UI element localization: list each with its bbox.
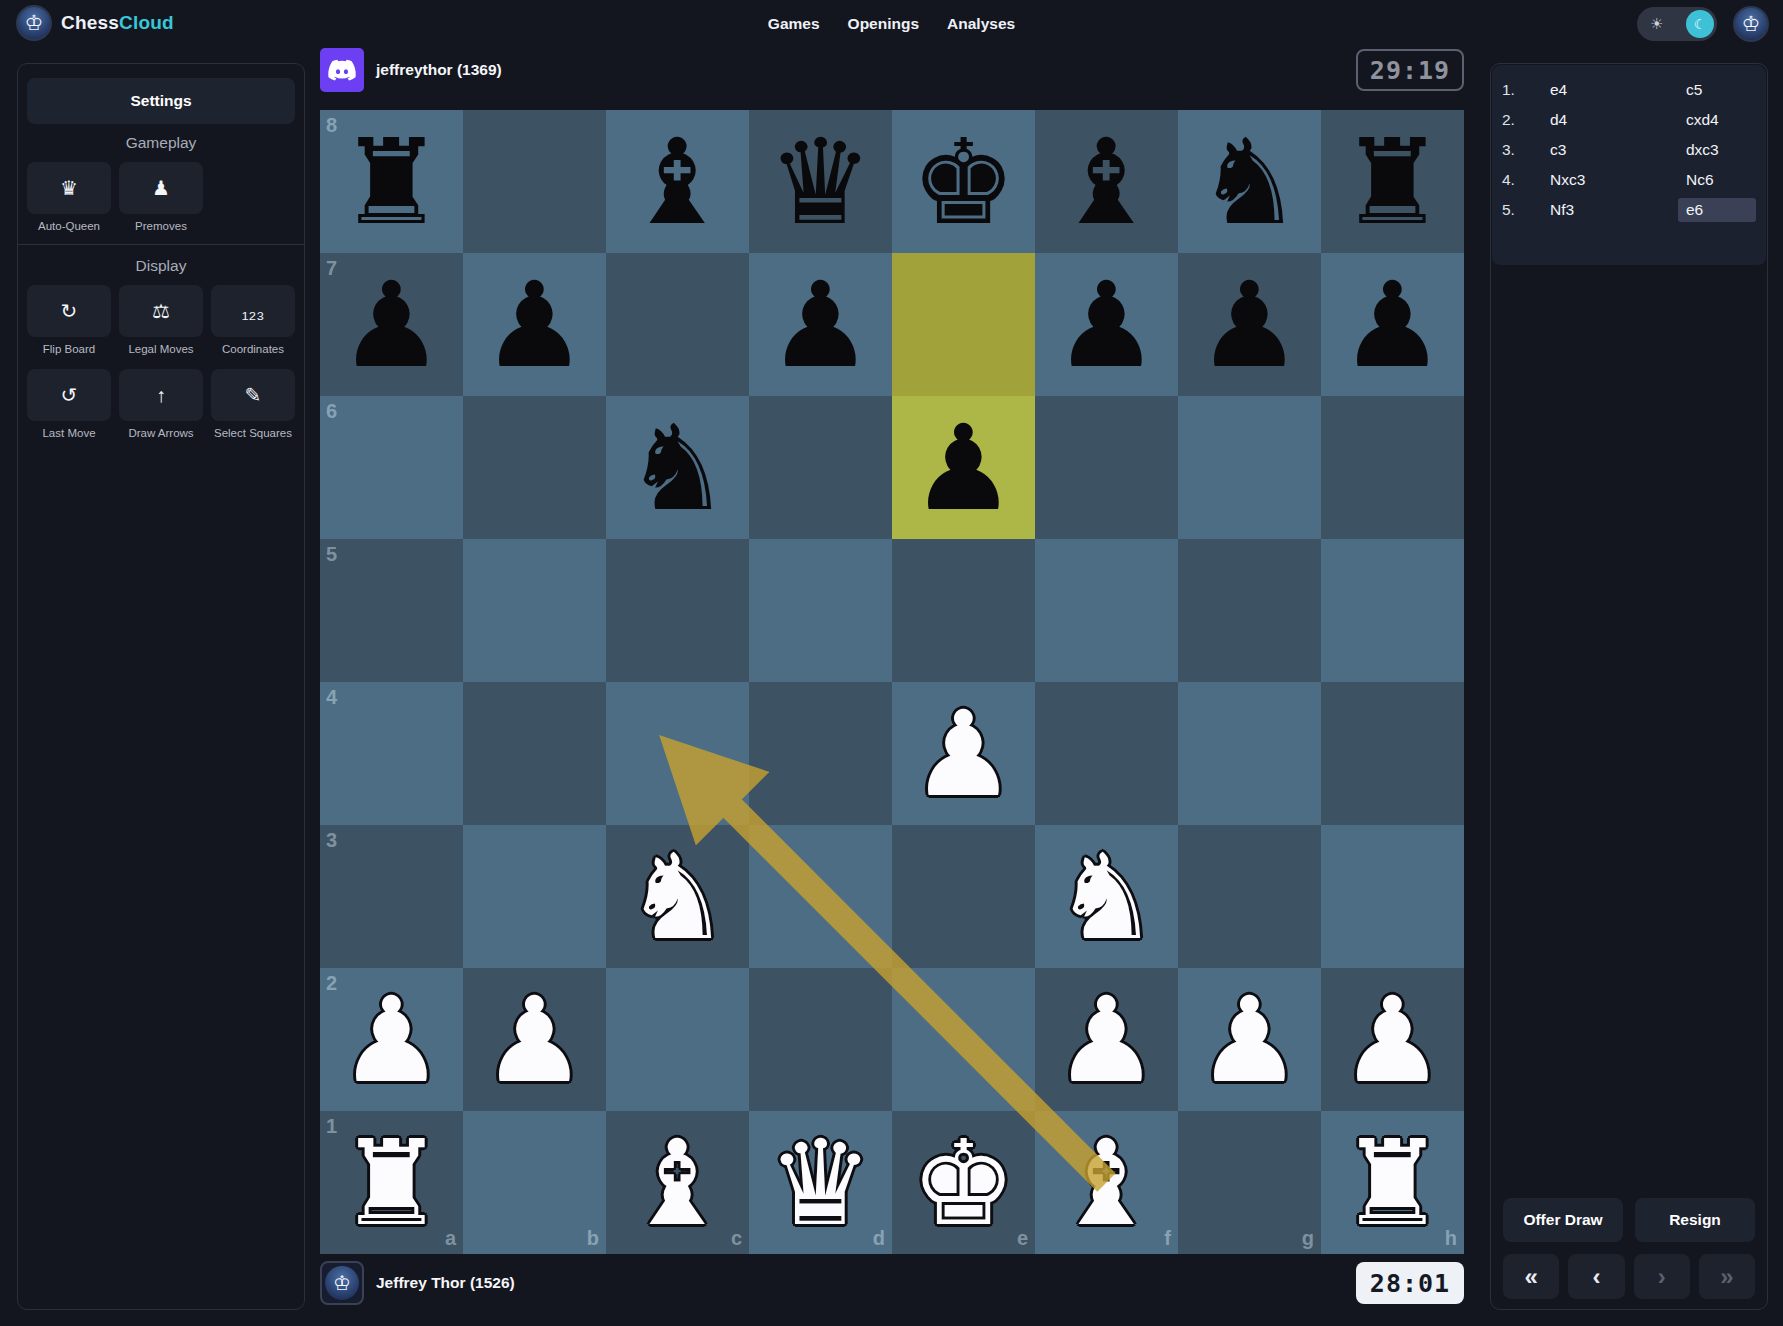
white-bishop-c1[interactable]: ♝ (606, 1111, 749, 1254)
black-rook-h8[interactable]: ♜ (1321, 110, 1464, 253)
square-g2[interactable]: ♟ (1178, 968, 1321, 1111)
square-d2[interactable] (749, 968, 892, 1111)
move-black-2[interactable]: cxd4 (1678, 108, 1756, 132)
chess-board[interactable]: 8♜♝♛♚♝♞♜7♟♟♟♟♟♟6♞♟54♟3♞♞2♟♟♟♟♟1a♜bc♝d♛e♚… (320, 110, 1464, 1254)
rank-label-4: 4 (326, 686, 337, 709)
premoves-button[interactable]: ♟Premoves (119, 162, 203, 232)
square-h6[interactable] (1321, 396, 1464, 539)
move-list: 1.e4c52.d4cxd43.c3dxc34.Nxc3Nc65.Nf3e6 (1492, 65, 1766, 265)
black-pawn-e6[interactable]: ♟ (892, 396, 1035, 539)
main-nav: GamesOpeningsAnalyses (768, 0, 1015, 47)
square-a4[interactable]: 4 (320, 682, 463, 825)
black-rook-a8[interactable]: ♜ (320, 110, 463, 253)
draw-arrows-label: Draw Arrows (119, 427, 203, 439)
square-f1[interactable]: f♝ (1035, 1111, 1178, 1254)
move-white-5[interactable]: Nf3 (1542, 198, 1678, 222)
section-display: Display↻Flip Board⚖Legal Moves₁₂₃Coordin… (18, 244, 304, 439)
legal-moves-button[interactable]: ⚖Legal Moves (119, 285, 203, 355)
square-b1[interactable]: b (463, 1111, 606, 1254)
move-row-1: 1.e4c5 (1502, 75, 1756, 105)
white-pawn-e4[interactable]: ♟ (892, 682, 1035, 825)
file-label-b: b (587, 1227, 599, 1250)
square-c7[interactable] (606, 253, 749, 396)
black-pawn-h7[interactable]: ♟ (1321, 253, 1464, 396)
square-g7[interactable]: ♟ (1178, 253, 1321, 396)
square-f2[interactable]: ♟ (1035, 968, 1178, 1111)
square-h8[interactable]: ♜ (1321, 110, 1464, 253)
square-f5[interactable] (1035, 539, 1178, 682)
game-panel: 1.e4c52.d4cxd43.c3dxc34.Nxc3Nc65.Nf3e6 O… (1490, 63, 1768, 1310)
flip-board-label: Flip Board (27, 343, 111, 355)
square-b7[interactable]: ♟ (463, 253, 606, 396)
theme-toggle[interactable]: ☀ ☾ (1637, 7, 1717, 41)
black-king-e8[interactable]: ♚ (892, 110, 1035, 253)
move-white-1[interactable]: e4 (1542, 78, 1678, 102)
square-a1[interactable]: 1a♜ (320, 1111, 463, 1254)
moon-icon[interactable]: ☾ (1686, 10, 1714, 38)
settings-sidebar: Settings Gameplay♛Auto-Queen♟PremovesDis… (17, 63, 305, 1310)
top-bar: ♔ ChessCloud GamesOpeningsAnalyses ☀ ☾ ♔ (0, 0, 1783, 47)
square-c8[interactable]: ♝ (606, 110, 749, 253)
white-pawn-a2[interactable]: ♟ (320, 968, 463, 1111)
square-h1[interactable]: h♜ (1321, 1111, 1464, 1254)
black-pawn-b7[interactable]: ♟ (463, 253, 606, 396)
white-pawn-g2[interactable]: ♟ (1178, 968, 1321, 1111)
square-a7[interactable]: 7♟ (320, 253, 463, 396)
black-pawn-g7[interactable]: ♟ (1178, 253, 1321, 396)
move-row-4: 4.Nxc3Nc6 (1502, 165, 1756, 195)
rank-label-3: 3 (326, 829, 337, 852)
square-a6[interactable]: 6 (320, 396, 463, 539)
square-c5[interactable] (606, 539, 749, 682)
black-bishop-c8[interactable]: ♝ (606, 110, 749, 253)
square-c1[interactable]: c♝ (606, 1111, 749, 1254)
square-h2[interactable]: ♟ (1321, 968, 1464, 1111)
auto-queen-button[interactable]: ♛Auto-Queen (27, 162, 111, 232)
square-f8[interactable]: ♝ (1035, 110, 1178, 253)
offer-draw-button[interactable]: Offer Draw (1503, 1198, 1623, 1242)
black-knight-c6[interactable]: ♞ (606, 396, 749, 539)
square-e3[interactable] (892, 825, 1035, 968)
square-g1[interactable]: g (1178, 1111, 1321, 1254)
black-queen-d8[interactable]: ♛ (749, 110, 892, 253)
player-avatar: ♔ (320, 1261, 364, 1305)
black-bishop-f8[interactable]: ♝ (1035, 110, 1178, 253)
square-g5[interactable] (1178, 539, 1321, 682)
white-queen-d1[interactable]: ♛ (749, 1111, 892, 1254)
section-gameplay: Gameplay♛Auto-Queen♟Premoves (18, 134, 304, 232)
square-d8[interactable]: ♛ (749, 110, 892, 253)
move-number: 1. (1502, 81, 1542, 99)
coordinates-icon: ₁₂₃ (242, 300, 265, 323)
square-f7[interactable]: ♟ (1035, 253, 1178, 396)
app-logo: ♔ ChessCloud (16, 5, 174, 41)
square-h4[interactable] (1321, 682, 1464, 825)
square-d1[interactable]: d♛ (749, 1111, 892, 1254)
coordinates-label: Coordinates (211, 343, 295, 355)
last-move-button[interactable]: » (1699, 1254, 1755, 1299)
flip-board-icon: ↻ (61, 299, 78, 323)
sun-icon[interactable]: ☀ (1650, 15, 1663, 33)
square-g8[interactable]: ♞ (1178, 110, 1321, 253)
square-a5[interactable]: 5 (320, 539, 463, 682)
opponent-bar: jeffreythor (1369) 29:19 (320, 47, 1464, 93)
square-c6[interactable]: ♞ (606, 396, 749, 539)
rank-label-6: 6 (326, 400, 337, 423)
header-right: ☀ ☾ ♔ (1637, 6, 1769, 42)
premoves-icon: ♟ (152, 176, 170, 200)
square-d4[interactable] (749, 682, 892, 825)
last-move-icon: ↺ (61, 383, 78, 407)
first-move-button[interactable]: « (1503, 1254, 1559, 1299)
player-name: Jeffrey Thor (1526) (376, 1274, 515, 1292)
square-a8[interactable]: 8♜ (320, 110, 463, 253)
move-black-4[interactable]: Nc6 (1678, 168, 1756, 192)
move-row-3: 3.c3dxc3 (1502, 135, 1756, 165)
flip-board-button[interactable]: ↻Flip Board (27, 285, 111, 355)
square-b8[interactable] (463, 110, 606, 253)
white-pawn-f2[interactable]: ♟ (1035, 968, 1178, 1111)
square-g3[interactable] (1178, 825, 1321, 968)
opponent-clock: 29:19 (1356, 49, 1464, 91)
auto-queen-icon: ♛ (60, 176, 78, 200)
square-b5[interactable] (463, 539, 606, 682)
move-white-3[interactable]: c3 (1542, 138, 1678, 162)
square-d5[interactable] (749, 539, 892, 682)
user-avatar[interactable]: ♔ (1733, 6, 1769, 42)
square-b4[interactable] (463, 682, 606, 825)
brand-part1: Chess (61, 12, 119, 33)
chess-king-logo-icon: ♔ (16, 5, 52, 41)
square-e6[interactable]: ♟ (892, 396, 1035, 539)
auto-queen-label: Auto-Queen (27, 220, 111, 232)
move-row-2: 2.d4cxd4 (1502, 105, 1756, 135)
legal-moves-icon: ⚖ (152, 299, 170, 323)
rank-label-5: 5 (326, 543, 337, 566)
square-d7[interactable]: ♟ (749, 253, 892, 396)
white-king-e1[interactable]: ♚ (892, 1111, 1035, 1254)
move-number: 3. (1502, 141, 1542, 159)
square-f4[interactable] (1035, 682, 1178, 825)
player-clock: 28:01 (1356, 1262, 1464, 1304)
legal-moves-label: Legal Moves (119, 343, 203, 355)
panel-actions: Offer Draw Resign «‹›» (1491, 1198, 1767, 1299)
black-pawn-f7[interactable]: ♟ (1035, 253, 1178, 396)
square-e7[interactable] (892, 253, 1035, 396)
discord-icon (328, 59, 356, 81)
last-move-label: Last Move (27, 427, 111, 439)
square-e2[interactable] (892, 968, 1035, 1111)
white-knight-c3[interactable]: ♞ (606, 825, 749, 968)
white-pawn-h2[interactable]: ♟ (1321, 968, 1464, 1111)
square-b2[interactable]: ♟ (463, 968, 606, 1111)
last-move-button[interactable]: ↺Last Move (27, 369, 111, 439)
section-label: Display (18, 257, 304, 275)
square-g4[interactable] (1178, 682, 1321, 825)
square-e5[interactable] (892, 539, 1035, 682)
square-e4[interactable]: ♟ (892, 682, 1035, 825)
square-g6[interactable] (1178, 396, 1321, 539)
white-knight-f3[interactable]: ♞ (1035, 825, 1178, 968)
square-a3[interactable]: 3 (320, 825, 463, 968)
square-d3[interactable] (749, 825, 892, 968)
player-bar: ♔ Jeffrey Thor (1526) 28:01 (320, 1260, 1464, 1306)
square-b3[interactable] (463, 825, 606, 968)
move-black-1[interactable]: c5 (1678, 78, 1756, 102)
resign-button[interactable]: Resign (1635, 1198, 1755, 1242)
square-b6[interactable] (463, 396, 606, 539)
settings-button[interactable]: Settings (27, 78, 295, 124)
brand-part2: Cloud (119, 12, 174, 33)
nav-item-games[interactable]: Games (768, 15, 820, 33)
move-number: 2. (1502, 111, 1542, 129)
select-squares-icon: ✎ (245, 383, 262, 407)
square-c3[interactable]: ♞ (606, 825, 749, 968)
coordinates-button[interactable]: ₁₂₃Coordinates (211, 285, 295, 355)
select-squares-label: Select Squares (211, 427, 295, 439)
draw-arrows-icon: ↑ (156, 384, 166, 407)
square-c2[interactable] (606, 968, 749, 1111)
section-label: Gameplay (18, 134, 304, 152)
move-row-5: 5.Nf3e6 (1502, 195, 1756, 225)
opponent-name: jeffreythor (1369) (376, 61, 502, 79)
chess-king-avatar-icon: ♔ (325, 1266, 359, 1300)
discord-avatar (320, 48, 364, 92)
premoves-label: Premoves (119, 220, 203, 232)
square-e1[interactable]: e♚ (892, 1111, 1035, 1254)
move-number: 4. (1502, 171, 1542, 189)
white-rook-a1[interactable]: ♜ (320, 1111, 463, 1254)
white-pawn-b2[interactable]: ♟ (463, 968, 606, 1111)
square-f6[interactable] (1035, 396, 1178, 539)
move-black-5[interactable]: e6 (1678, 198, 1756, 222)
next-move-button[interactable]: › (1634, 1254, 1690, 1299)
nav-item-analyses[interactable]: Analyses (947, 15, 1015, 33)
file-label-g: g (1302, 1227, 1314, 1250)
black-pawn-a7[interactable]: ♟ (320, 253, 463, 396)
square-d6[interactable] (749, 396, 892, 539)
square-h7[interactable]: ♟ (1321, 253, 1464, 396)
square-c4[interactable] (606, 682, 749, 825)
prev-move-button[interactable]: ‹ (1568, 1254, 1624, 1299)
square-h5[interactable] (1321, 539, 1464, 682)
move-black-3[interactable]: dxc3 (1678, 138, 1756, 162)
draw-arrows-button[interactable]: ↑Draw Arrows (119, 369, 203, 439)
move-white-2[interactable]: d4 (1542, 108, 1678, 132)
white-rook-h1[interactable]: ♜ (1321, 1111, 1464, 1254)
move-white-4[interactable]: Nxc3 (1542, 168, 1678, 192)
brand-name: ChessCloud (61, 12, 174, 34)
move-number: 5. (1502, 201, 1542, 219)
square-f3[interactable]: ♞ (1035, 825, 1178, 968)
white-bishop-f1[interactable]: ♝ (1035, 1111, 1178, 1254)
black-knight-g8[interactable]: ♞ (1178, 110, 1321, 253)
black-pawn-d7[interactable]: ♟ (749, 253, 892, 396)
square-a2[interactable]: 2♟ (320, 968, 463, 1111)
square-h3[interactable] (1321, 825, 1464, 968)
square-e8[interactable]: ♚ (892, 110, 1035, 253)
nav-item-openings[interactable]: Openings (848, 15, 919, 33)
select-squares-button[interactable]: ✎Select Squares (211, 369, 295, 439)
